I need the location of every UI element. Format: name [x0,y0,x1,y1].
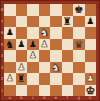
square-h4[interactable] [85,50,97,62]
square-b6[interactable] [16,27,28,39]
square-f5[interactable] [62,39,74,51]
black-king-icon[interactable]: ♚ [74,4,83,16]
square-c3[interactable] [27,62,39,74]
square-b7[interactable] [16,16,28,28]
white-pawn-icon[interactable]: ♟ [86,73,94,85]
square-d6[interactable]: ♞ [39,27,51,39]
square-b8[interactable] [16,4,28,16]
square-f2[interactable] [62,73,74,85]
square-b4[interactable] [16,50,28,62]
square-d8[interactable] [39,4,51,16]
rank-label-3: 3 [0,62,4,74]
rank-label-8: 8 [0,4,4,16]
square-g6[interactable] [73,27,85,39]
white-pawn-icon[interactable]: ♟ [40,39,48,51]
square-a8[interactable] [4,4,16,16]
rank-label-5: 5 [0,39,4,51]
black-queen-icon[interactable]: ♛ [74,39,83,51]
white-pawn-icon[interactable]: ♟ [6,73,14,85]
black-pawn-icon[interactable]: ♟ [6,27,14,39]
square-d7[interactable] [39,16,51,28]
black-knight-icon[interactable]: ♞ [5,39,14,51]
square-e7[interactable] [50,16,62,28]
square-g8[interactable]: ♚ [73,4,85,16]
square-c5[interactable]: ♟ [27,39,39,51]
square-c6[interactable] [27,27,39,39]
square-d3[interactable] [39,62,51,74]
black-rook-icon[interactable]: ♜ [63,16,72,28]
square-h5[interactable] [85,39,97,51]
rank-label-2: 2 [0,73,4,85]
white-knight-icon[interactable]: ♞ [40,27,49,39]
square-h2[interactable]: ♟ [85,73,97,85]
square-a5[interactable]: ♞ [4,39,16,51]
white-pawn-icon[interactable]: ♟ [29,50,37,62]
file-label-f: f [62,95,74,101]
black-rook-icon[interactable]: ♜ [17,73,26,85]
square-d2[interactable] [39,73,51,85]
chess-diagram: ♚♜♟♟♞♞♟♟♟♛♟♟♞♟♜♟♚ abcdefgh87654321 [0,0,100,101]
square-a3[interactable] [4,62,16,74]
black-pawn-icon[interactable]: ♟ [86,16,94,28]
square-h7[interactable]: ♟ [85,16,97,28]
square-a2[interactable]: ♟ [4,73,16,85]
file-label-c: c [27,95,39,101]
file-label-d: d [39,95,51,101]
square-e6[interactable] [50,27,62,39]
square-h6[interactable] [85,27,97,39]
square-f8[interactable] [62,4,74,16]
rank-label-4: 4 [0,50,4,62]
square-g3[interactable] [73,62,85,74]
black-pawn-icon[interactable]: ♟ [17,39,25,51]
square-g2[interactable] [73,73,85,85]
square-d4[interactable] [39,50,51,62]
square-d5[interactable]: ♟ [39,39,51,51]
square-f6[interactable] [62,27,74,39]
file-label-b: b [16,95,28,101]
square-e8[interactable] [50,4,62,16]
white-pawn-icon[interactable]: ♟ [17,62,25,74]
square-e4[interactable] [50,50,62,62]
square-b3[interactable]: ♟ [16,62,28,74]
square-g5[interactable]: ♛ [73,39,85,51]
square-h8[interactable] [85,4,97,16]
square-a6[interactable]: ♟ [4,27,16,39]
file-label-e: e [50,95,62,101]
square-c8[interactable] [27,4,39,16]
rank-label-1: 1 [0,85,4,97]
rank-label-6: 6 [0,27,4,39]
black-pawn-icon[interactable]: ♟ [29,39,37,51]
square-e3[interactable]: ♞ [50,62,62,74]
square-c7[interactable] [27,16,39,28]
square-f4[interactable] [62,50,74,62]
square-h3[interactable] [85,62,97,74]
square-b2[interactable]: ♜ [16,73,28,85]
square-a7[interactable] [4,16,16,28]
square-a4[interactable] [4,50,16,62]
square-g4[interactable] [73,50,85,62]
rank-label-7: 7 [0,16,4,28]
file-label-g: g [73,95,85,101]
file-label-h: h [85,95,97,101]
square-f3[interactable] [62,62,74,74]
square-e2[interactable] [50,73,62,85]
square-f7[interactable]: ♜ [62,16,74,28]
square-c2[interactable] [27,73,39,85]
file-label-a: a [4,95,16,101]
white-knight-icon[interactable]: ♞ [51,62,60,74]
square-b5[interactable]: ♟ [16,39,28,51]
square-g7[interactable] [73,16,85,28]
square-e5[interactable] [50,39,62,51]
square-c4[interactable]: ♟ [27,50,39,62]
chess-board[interactable]: ♚♜♟♟♞♞♟♟♟♛♟♟♞♟♜♟♚ [4,4,96,96]
